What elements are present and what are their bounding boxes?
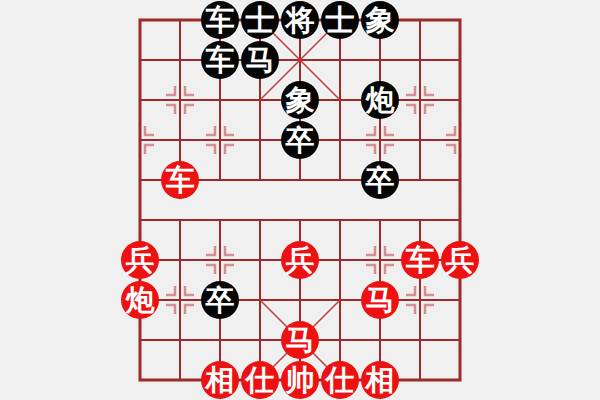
piece-red-horse[interactable]: 马 [361, 281, 399, 319]
piece-black-soldier[interactable]: 卒 [281, 121, 319, 159]
piece-black-advisor[interactable]: 士 [321, 1, 359, 39]
piece-red-soldier[interactable]: 兵 [281, 241, 319, 279]
piece-red-cannon[interactable]: 炮 [121, 281, 159, 319]
piece-black-chariot[interactable]: 车 [201, 1, 239, 39]
piece-red-soldier[interactable]: 兵 [441, 241, 479, 279]
piece-black-soldier[interactable]: 卒 [201, 281, 239, 319]
piece-red-soldier[interactable]: 兵 [121, 241, 159, 279]
xiangqi-screenshot: 车士将士象车马象炮卒车卒兵兵车兵炮卒马马相仕帅仕相 [0, 0, 600, 400]
piece-black-advisor[interactable]: 士 [241, 1, 279, 39]
piece-red-advisor[interactable]: 仕 [241, 361, 279, 399]
piece-red-horse[interactable]: 马 [281, 321, 319, 359]
piece-red-elephant[interactable]: 相 [201, 361, 239, 399]
piece-black-elephant[interactable]: 象 [361, 1, 399, 39]
piece-black-chariot[interactable]: 车 [201, 41, 239, 79]
piece-red-elephant[interactable]: 相 [361, 361, 399, 399]
piece-red-general[interactable]: 帅 [281, 361, 319, 399]
piece-black-cannon[interactable]: 炮 [361, 81, 399, 119]
piece-red-chariot[interactable]: 车 [161, 161, 199, 199]
piece-black-general[interactable]: 将 [281, 1, 319, 39]
piece-red-advisor[interactable]: 仕 [321, 361, 359, 399]
piece-black-horse[interactable]: 马 [241, 41, 279, 79]
piece-black-soldier[interactable]: 卒 [361, 161, 399, 199]
piece-black-elephant[interactable]: 象 [281, 81, 319, 119]
piece-red-chariot[interactable]: 车 [401, 241, 439, 279]
xiangqi-board[interactable]: 车士将士象车马象炮卒车卒兵兵车兵炮卒马马相仕帅仕相 [120, 0, 480, 400]
